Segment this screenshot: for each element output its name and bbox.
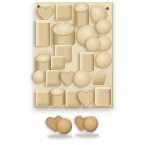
disc (56, 117, 73, 134)
shape-board (35, 2, 113, 108)
circle-shape (96, 52, 112, 68)
cyl-v-shape (75, 3, 89, 27)
cyl-v-shape (51, 88, 65, 106)
circle-shape (74, 70, 91, 87)
hanging-hole-right (106, 7, 109, 10)
circle-shape (96, 19, 112, 34)
cube-shape (51, 56, 65, 69)
block-v-shape (36, 20, 50, 46)
piece-shadow (75, 133, 100, 138)
circle-shape (86, 37, 101, 52)
block-v-shape (80, 52, 94, 71)
heart-shape (77, 90, 96, 108)
cube-shape (56, 4, 72, 20)
block-r-shape (95, 87, 111, 106)
cube-shape (46, 70, 61, 86)
circle-shape (33, 70, 47, 83)
product-photo (0, 0, 145, 145)
piece-shadow (47, 134, 73, 139)
cube-shape (36, 91, 51, 106)
cyl-w-shape (53, 23, 75, 46)
